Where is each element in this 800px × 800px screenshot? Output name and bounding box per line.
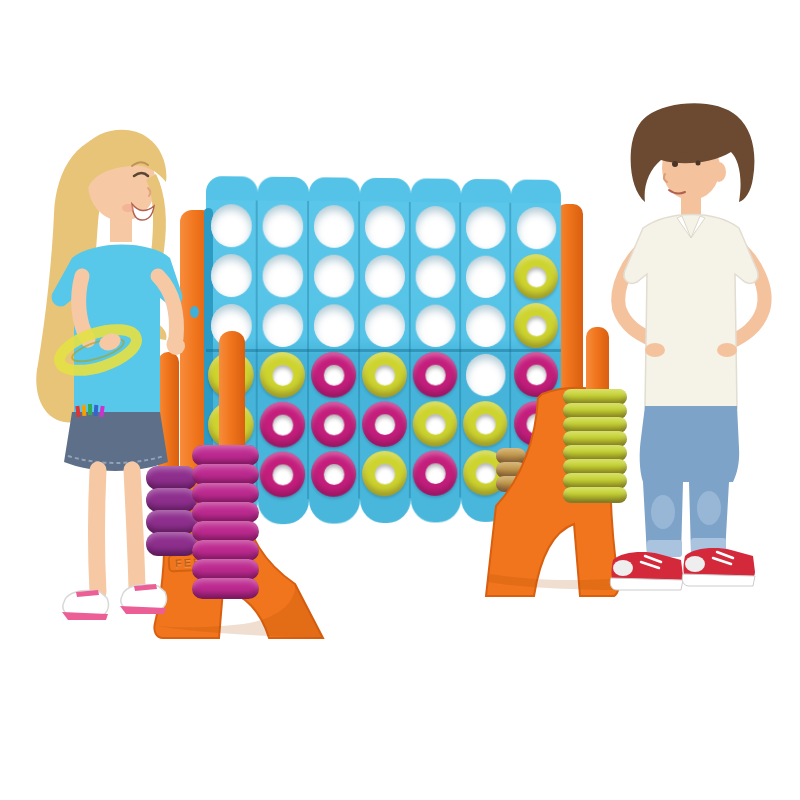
board-scallop-top	[206, 176, 561, 203]
cell-r4c2	[258, 350, 309, 400]
cell-r5c2	[258, 400, 309, 450]
board-scallop-bump	[461, 179, 511, 203]
cell-r5c5	[411, 399, 461, 449]
empty-hole	[364, 304, 404, 347]
boy-sneaker-right	[682, 548, 755, 586]
girl-leg-right	[132, 470, 137, 588]
board-scallop-bump	[258, 177, 309, 201]
disc-center-hole	[374, 364, 394, 385]
disc-center-hole	[323, 463, 344, 484]
disc-center-hole	[374, 414, 394, 435]
cell-r1c3	[309, 201, 360, 251]
cell-r3c4	[360, 300, 411, 350]
magenta-disc	[413, 450, 458, 496]
disc-center-hole	[374, 463, 394, 484]
disc-center-hole	[323, 414, 344, 435]
boy-polo-shirt	[624, 215, 758, 418]
boy-eye-right	[696, 161, 701, 166]
disc-center-hole	[526, 266, 546, 287]
empty-hole	[466, 206, 505, 249]
empty-hole	[313, 205, 353, 248]
disc-center-hole	[272, 364, 293, 385]
magenta-disc	[413, 352, 458, 397]
boy-hand-left	[645, 343, 665, 357]
boy-jeans	[640, 406, 740, 556]
magenta-disc	[260, 402, 305, 448]
disc-center-hole	[425, 414, 445, 435]
girl-shoe-right	[120, 584, 167, 614]
yellow-disc	[413, 401, 458, 447]
empty-hole	[262, 254, 303, 297]
cell-r4c3	[309, 350, 360, 400]
empty-hole	[466, 255, 505, 297]
boy-sneaker-left	[610, 552, 683, 590]
magenta-disc	[311, 352, 356, 398]
cell-r1c7	[511, 203, 561, 252]
cell-r2c2	[258, 250, 309, 300]
magenta-disc	[311, 451, 356, 497]
boy-hand-right	[717, 343, 737, 357]
cell-r2c3	[309, 251, 360, 301]
girl-player	[6, 126, 214, 648]
boy-eye-left	[672, 161, 678, 167]
empty-hole	[262, 204, 303, 247]
empty-hole	[415, 304, 455, 346]
cell-r2c4	[360, 251, 411, 301]
empty-hole	[364, 205, 404, 248]
empty-hole	[466, 304, 505, 346]
cell-r1c6	[461, 202, 511, 252]
girl-hand-on-post	[167, 337, 185, 355]
cell-r6c4	[360, 449, 411, 499]
disc-center-hole	[323, 364, 344, 385]
board-scallop-bump	[309, 177, 360, 201]
empty-hole	[415, 205, 455, 248]
yellow-disc	[362, 451, 407, 497]
cell-r5c4	[360, 399, 411, 449]
boy-player	[585, 102, 797, 598]
disc-center-hole	[526, 315, 546, 336]
yellow-disc	[514, 254, 558, 299]
board-scallop-bump	[411, 497, 461, 523]
yellow-disc	[362, 352, 407, 398]
disc-center-hole	[425, 463, 445, 484]
empty-hole	[516, 206, 555, 248]
cell-r3c7	[511, 301, 561, 350]
scene: FEBER	[0, 0, 800, 800]
yellow-disc	[514, 303, 558, 348]
cell-r2c5	[411, 251, 461, 301]
girl-denim-skirt	[64, 412, 168, 471]
cell-r4c5	[411, 350, 461, 399]
cell-r3c6	[461, 301, 511, 350]
girl-blush	[122, 204, 134, 212]
magenta-disc	[260, 451, 305, 497]
disc-center-hole	[526, 364, 546, 385]
cell-r1c2	[258, 200, 309, 250]
boy-jeans-knee-left	[651, 495, 675, 529]
yellow-disc	[260, 352, 305, 398]
cell-r4c4	[360, 350, 411, 400]
cell-r1c4	[360, 201, 411, 251]
boy-jeans-knee-right	[697, 491, 721, 525]
magenta-disc	[362, 401, 407, 447]
cell-r3c2	[258, 300, 309, 350]
board-seam	[206, 349, 561, 352]
empty-hole	[364, 254, 404, 297]
empty-hole	[313, 254, 353, 297]
girl-shoe-left	[62, 590, 109, 620]
magenta-disc	[311, 402, 356, 448]
disc-center-hole	[272, 464, 293, 485]
board-scallop-bump	[511, 179, 561, 203]
disc-center-hole	[272, 414, 293, 435]
cell-r3c3	[309, 300, 360, 350]
girl-neck	[110, 216, 132, 242]
cell-r2c6	[461, 252, 511, 301]
empty-hole	[210, 204, 251, 247]
empty-hole	[313, 304, 353, 347]
cell-r6c5	[411, 448, 461, 498]
empty-hole	[262, 304, 303, 347]
cell-r3c5	[411, 301, 461, 350]
board-scallop-bump	[360, 178, 411, 202]
cell-r1c5	[411, 202, 461, 252]
empty-hole	[415, 255, 455, 298]
cell-r2c7	[511, 252, 561, 301]
disc-center-hole	[425, 364, 445, 385]
empty-hole	[210, 254, 251, 297]
cell-r5c3	[309, 400, 360, 450]
girl-leg-left	[97, 470, 99, 592]
board-scallop-bump	[411, 178, 461, 202]
board-scallop-bump	[360, 497, 411, 523]
spare-disc-rod-left-front	[219, 331, 245, 463]
